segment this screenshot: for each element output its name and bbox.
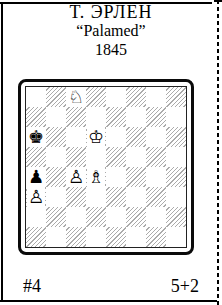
square-h7	[166, 107, 186, 127]
square-g4	[146, 167, 166, 187]
square-g2	[146, 207, 166, 227]
square-e2	[106, 207, 126, 227]
square-b1	[46, 227, 66, 247]
scanned-chess-problem-page: Т. ЭРЛЕН “Palamed” 1845 ♘♚♔♟♙♗♙ #4 5+2	[0, 0, 222, 305]
square-c8: ♘	[66, 87, 86, 107]
square-f2	[126, 207, 146, 227]
chessboard: ♘♚♔♟♙♗♙	[26, 87, 186, 247]
square-h4	[166, 167, 186, 187]
square-e7	[106, 107, 126, 127]
square-a5	[26, 147, 46, 167]
square-c5	[66, 147, 86, 167]
square-a4: ♟	[26, 167, 46, 187]
bottom-rule-line	[0, 300, 217, 302]
square-d6: ♔	[86, 127, 106, 147]
square-f8	[126, 87, 146, 107]
problem-author: Т. ЭРЛЕН	[0, 2, 222, 22]
square-g3	[146, 187, 166, 207]
square-f5	[126, 147, 146, 167]
square-e4	[106, 167, 126, 187]
square-b2	[46, 207, 66, 227]
square-h6	[166, 127, 186, 147]
problem-year: 1845	[0, 41, 222, 59]
chessboard-frame: ♘♚♔♟♙♗♙	[18, 79, 194, 255]
square-a3: ♙	[26, 187, 46, 207]
black-king-a6: ♚	[27, 127, 45, 147]
square-g5	[146, 147, 166, 167]
square-f3	[126, 187, 146, 207]
black-pawn-a4: ♟	[27, 167, 45, 187]
square-g8	[146, 87, 166, 107]
square-f1	[126, 227, 146, 247]
square-a7	[26, 107, 46, 127]
white-bishop-d4: ♗	[87, 167, 105, 187]
square-d2	[86, 207, 106, 227]
square-h3	[166, 187, 186, 207]
square-c2	[66, 207, 86, 227]
square-a8	[26, 87, 46, 107]
square-d5	[86, 147, 106, 167]
square-b8	[46, 87, 66, 107]
square-h5	[166, 147, 186, 167]
stipulation-label: #4	[23, 276, 41, 296]
square-b3	[46, 187, 66, 207]
square-f4	[126, 167, 146, 187]
square-h1	[166, 227, 186, 247]
square-b6	[46, 127, 66, 147]
white-king-d6: ♔	[87, 127, 105, 147]
square-e3	[106, 187, 126, 207]
problem-caption-row: #4 5+2	[23, 276, 199, 296]
square-h8	[166, 87, 186, 107]
square-d3	[86, 187, 106, 207]
square-h2	[166, 207, 186, 227]
square-d1	[86, 227, 106, 247]
square-e8	[106, 87, 126, 107]
square-c3	[66, 187, 86, 207]
square-b4	[46, 167, 66, 187]
square-a6: ♚	[26, 127, 46, 147]
white-pawn-a3: ♙	[27, 187, 45, 207]
square-d4: ♗	[86, 167, 106, 187]
square-c6	[66, 127, 86, 147]
square-e5	[106, 147, 126, 167]
square-c7	[66, 107, 86, 127]
square-f7	[126, 107, 146, 127]
square-g1	[146, 227, 166, 247]
square-c1	[66, 227, 86, 247]
square-c4: ♙	[66, 167, 86, 187]
white-knight-c8: ♘	[67, 87, 85, 107]
square-d7	[86, 107, 106, 127]
white-pawn-c4: ♙	[67, 167, 85, 187]
problem-source: “Palamed”	[0, 22, 222, 40]
square-g6	[146, 127, 166, 147]
square-e6	[106, 127, 126, 147]
square-b7	[46, 107, 66, 127]
square-g7	[146, 107, 166, 127]
square-a1	[26, 227, 46, 247]
square-e1	[106, 227, 126, 247]
square-b5	[46, 147, 66, 167]
material-count-label: 5+2	[171, 276, 199, 296]
chessboard-inner-border: ♘♚♔♟♙♗♙	[25, 86, 187, 248]
square-a2	[26, 207, 46, 227]
square-d8	[86, 87, 106, 107]
square-f6	[126, 127, 146, 147]
